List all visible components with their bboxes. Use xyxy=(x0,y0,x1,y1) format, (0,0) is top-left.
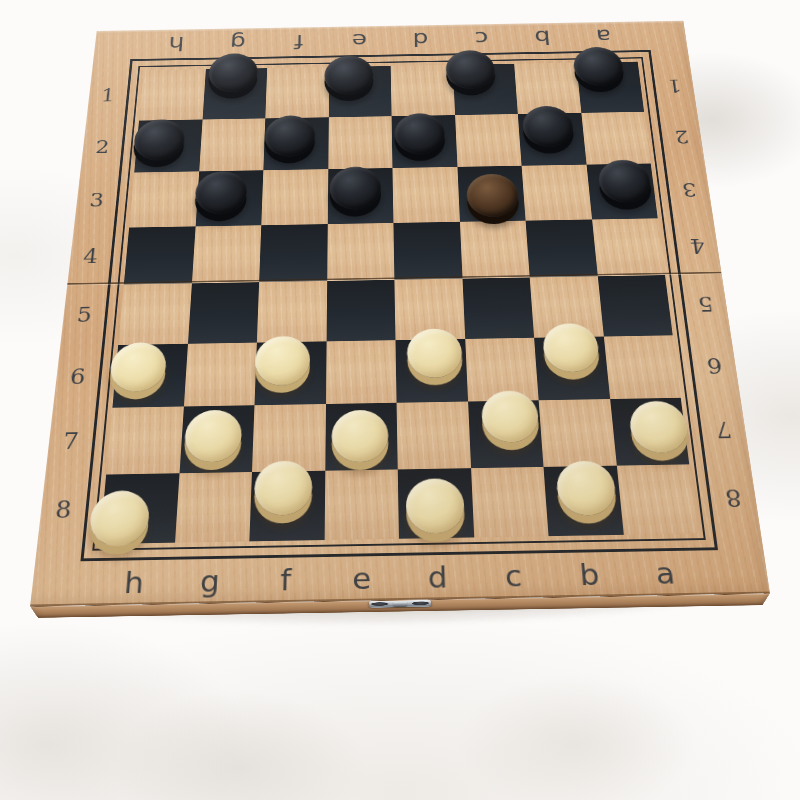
file-label-top-f: f xyxy=(294,31,303,54)
board-perspective-wrapper: ⛂⛂⛂⛂⛂⛂⛂⛂⛂⛂⛂⛂⛀⛀⛀⛀⛀⛀⛀⛀⛀⛀⛀⛀ hgfedcba hgfedc… xyxy=(17,0,770,606)
checker-brown-c3[interactable]: ⛂ xyxy=(466,174,520,218)
black-checker-glyph: ⛂ xyxy=(597,160,653,203)
rank-label-right-5: 5 xyxy=(696,292,714,316)
checker-white-d6[interactable]: ⛀ xyxy=(407,328,463,378)
checker-white-h8[interactable]: ⛀ xyxy=(88,490,151,546)
square-a7[interactable]: ⛀ xyxy=(610,398,690,465)
square-e3[interactable]: ⛂ xyxy=(327,168,393,224)
square-g8[interactable] xyxy=(175,472,252,543)
file-label-top-h: h xyxy=(168,33,185,56)
square-d8[interactable]: ⛀ xyxy=(398,468,474,539)
square-a2[interactable] xyxy=(581,111,651,164)
rank-label-right-1: 1 xyxy=(666,76,682,96)
square-g2[interactable] xyxy=(199,118,266,171)
checker-black-a1[interactable]: ⛂ xyxy=(572,47,625,86)
checker-black-d2[interactable]: ⛂ xyxy=(395,113,446,154)
square-g1[interactable]: ⛂ xyxy=(202,68,267,119)
rank-label-left-6: 6 xyxy=(69,364,87,389)
square-b7[interactable] xyxy=(539,399,617,466)
checker-white-c7[interactable]: ⛀ xyxy=(480,391,539,443)
square-c4[interactable] xyxy=(459,220,529,278)
checker-black-g1[interactable]: ⛂ xyxy=(208,53,259,92)
black-checker-glyph: ⛂ xyxy=(522,106,575,147)
square-h5[interactable] xyxy=(118,283,191,344)
square-b6[interactable]: ⛀ xyxy=(534,336,610,400)
square-c1[interactable]: ⛂ xyxy=(452,64,517,115)
checkers-board[interactable]: ⛂⛂⛂⛂⛂⛂⛂⛂⛂⛂⛂⛂⛀⛀⛀⛀⛀⛀⛀⛀⛀⛀⛀⛀ hgfedcba hgfedc… xyxy=(30,21,770,607)
square-a4[interactable] xyxy=(592,218,665,276)
checker-white-d8[interactable]: ⛀ xyxy=(406,478,466,534)
checker-black-g3[interactable]: ⛂ xyxy=(194,171,247,215)
square-e8[interactable] xyxy=(324,469,399,540)
checker-black-e3[interactable]: ⛂ xyxy=(329,167,381,210)
black-checker-glyph: ⛂ xyxy=(395,113,446,154)
checker-black-b2[interactable]: ⛂ xyxy=(522,106,575,147)
white-checker-glyph: ⛀ xyxy=(555,460,617,515)
square-f1[interactable] xyxy=(265,67,329,118)
rank-label-right-6: 6 xyxy=(705,353,724,378)
square-a3[interactable]: ⛂ xyxy=(586,163,658,219)
square-f6[interactable]: ⛀ xyxy=(254,341,326,405)
checker-white-g7[interactable]: ⛀ xyxy=(183,410,242,463)
file-label-bottom-e: e xyxy=(352,561,371,596)
square-c5[interactable] xyxy=(462,277,534,338)
file-label-bottom-d: d xyxy=(427,560,448,595)
file-label-bottom-b: b xyxy=(578,557,601,592)
square-h2[interactable]: ⛂ xyxy=(134,119,202,172)
play-area: ⛂⛂⛂⛂⛂⛂⛂⛂⛂⛂⛂⛂⛀⛀⛀⛀⛀⛀⛀⛀⛀⛀⛀⛀ xyxy=(80,50,718,561)
file-label-top-a: a xyxy=(595,25,613,48)
square-b8[interactable]: ⛀ xyxy=(543,465,623,536)
rank-label-right-3: 3 xyxy=(681,179,698,201)
rank-label-right-8: 8 xyxy=(723,484,743,512)
squares: ⛂⛂⛂⛂⛂⛂⛂⛂⛂⛂⛂⛂⛀⛀⛀⛀⛀⛀⛀⛀⛀⛀⛀⛀ xyxy=(100,62,698,544)
rank-label-left-7: 7 xyxy=(62,428,80,454)
file-label-top-c: c xyxy=(474,27,489,50)
clasp-knob xyxy=(393,602,407,607)
black-checker-glyph: ⛂ xyxy=(466,174,520,218)
square-e4[interactable] xyxy=(327,223,395,281)
checker-black-a3[interactable]: ⛂ xyxy=(597,160,653,203)
square-f3[interactable] xyxy=(261,169,328,225)
square-e1[interactable]: ⛂ xyxy=(328,66,391,117)
square-c7[interactable]: ⛀ xyxy=(468,400,544,467)
square-d4[interactable] xyxy=(393,221,462,279)
checker-black-f2[interactable]: ⛂ xyxy=(264,115,315,157)
checker-white-f8[interactable]: ⛀ xyxy=(254,460,313,515)
square-e5[interactable] xyxy=(326,280,395,341)
white-checker-glyph: ⛀ xyxy=(628,401,690,454)
white-checker-glyph: ⛀ xyxy=(480,391,539,443)
black-checker-glyph: ⛂ xyxy=(133,119,186,161)
white-checker-glyph: ⛀ xyxy=(407,328,463,378)
white-checker-glyph: ⛀ xyxy=(331,410,388,463)
checker-black-e1[interactable]: ⛂ xyxy=(324,56,373,95)
metal-clasp-icon[interactable] xyxy=(369,600,431,608)
file-label-bottom-h: h xyxy=(123,565,145,600)
checker-white-b6[interactable]: ⛀ xyxy=(542,323,601,373)
square-a8[interactable] xyxy=(616,464,698,535)
square-f8[interactable]: ⛀ xyxy=(249,470,325,541)
square-c3[interactable]: ⛂ xyxy=(457,166,526,222)
checker-white-a7[interactable]: ⛀ xyxy=(628,401,690,454)
rank-label-left-4: 4 xyxy=(82,245,99,268)
black-checker-glyph: ⛂ xyxy=(324,56,373,95)
rank-label-left-3: 3 xyxy=(88,189,104,211)
board-face: ⛂⛂⛂⛂⛂⛂⛂⛂⛂⛂⛂⛂⛀⛀⛀⛀⛀⛀⛀⛀⛀⛀⛀⛀ hgfedcba hgfedc… xyxy=(30,21,770,607)
square-b3[interactable] xyxy=(522,165,592,221)
square-d3[interactable] xyxy=(392,167,459,223)
square-g6[interactable] xyxy=(183,342,256,406)
file-label-bottom-g: g xyxy=(199,564,220,599)
black-checker-glyph: ⛂ xyxy=(194,171,247,215)
square-d6[interactable]: ⛀ xyxy=(395,339,467,403)
square-e6[interactable] xyxy=(326,340,397,404)
file-label-top-g: g xyxy=(229,32,246,55)
black-checker-glyph: ⛂ xyxy=(572,47,625,86)
file-label-bottom-c: c xyxy=(504,558,523,593)
checker-black-c1[interactable]: ⛂ xyxy=(445,50,496,89)
checker-black-h2[interactable]: ⛂ xyxy=(133,119,186,161)
rank-label-left-2: 2 xyxy=(94,136,110,157)
rank-label-right-2: 2 xyxy=(673,126,690,147)
square-c8[interactable] xyxy=(471,466,549,537)
square-h8[interactable]: ⛀ xyxy=(100,473,179,544)
square-g4[interactable] xyxy=(191,225,261,283)
square-h1[interactable] xyxy=(139,69,205,120)
square-h3[interactable] xyxy=(129,171,199,227)
square-b2[interactable]: ⛂ xyxy=(518,113,586,166)
checker-white-b8[interactable]: ⛀ xyxy=(555,460,617,515)
file-label-top-d: d xyxy=(413,28,429,51)
square-h4[interactable] xyxy=(124,226,195,284)
square-a6[interactable] xyxy=(603,335,680,399)
square-g3[interactable]: ⛂ xyxy=(195,170,263,226)
checker-white-h6[interactable]: ⛀ xyxy=(109,342,168,392)
black-checker-glyph: ⛂ xyxy=(208,53,259,92)
black-checker-glyph: ⛂ xyxy=(445,50,496,89)
square-b4[interactable] xyxy=(526,219,598,277)
rank-label-right-4: 4 xyxy=(688,234,706,257)
square-h6[interactable]: ⛀ xyxy=(112,343,187,407)
white-checker-glyph: ⛀ xyxy=(254,336,310,386)
square-a5[interactable] xyxy=(597,275,672,336)
white-checker-glyph: ⛀ xyxy=(109,342,168,392)
rank-label-right-7: 7 xyxy=(714,417,733,443)
scene: ⛂⛂⛂⛂⛂⛂⛂⛂⛂⛂⛂⛂⛀⛀⛀⛀⛀⛀⛀⛀⛀⛀⛀⛀ hgfedcba hgfedc… xyxy=(0,0,800,800)
white-checker-glyph: ⛀ xyxy=(542,323,601,373)
white-checker-glyph: ⛀ xyxy=(254,460,313,515)
file-label-top-e: e xyxy=(352,29,367,52)
square-f4[interactable] xyxy=(259,224,327,282)
square-a1[interactable]: ⛂ xyxy=(576,62,644,113)
square-d2[interactable]: ⛂ xyxy=(392,115,457,168)
square-d7[interactable] xyxy=(397,402,471,469)
rank-label-left-8: 8 xyxy=(54,495,73,523)
checker-white-e7[interactable]: ⛀ xyxy=(331,410,388,463)
white-checker-glyph: ⛀ xyxy=(183,410,242,463)
file-label-top-b: b xyxy=(534,26,552,49)
white-checker-glyph: ⛀ xyxy=(88,490,151,546)
rank-label-left-1: 1 xyxy=(100,86,116,106)
square-e7[interactable]: ⛀ xyxy=(325,403,398,471)
square-g7[interactable]: ⛀ xyxy=(179,405,254,473)
file-label-bottom-f: f xyxy=(280,562,292,597)
square-e2[interactable] xyxy=(328,116,393,169)
square-f2[interactable]: ⛂ xyxy=(263,117,328,170)
file-label-bottom-a: a xyxy=(654,556,677,591)
checker-white-f6[interactable]: ⛀ xyxy=(254,336,310,386)
rank-label-left-5: 5 xyxy=(76,303,93,327)
square-c2[interactable] xyxy=(455,114,522,167)
black-checker-glyph: ⛂ xyxy=(264,115,315,157)
square-f5[interactable] xyxy=(257,281,327,342)
white-checker-glyph: ⛀ xyxy=(406,478,466,534)
board-rotation-wrapper: ⛂⛂⛂⛂⛂⛂⛂⛂⛂⛂⛂⛂⛀⛀⛀⛀⛀⛀⛀⛀⛀⛀⛀⛀ hgfedcba hgfedc… xyxy=(0,0,800,800)
square-g5[interactable] xyxy=(188,282,260,343)
square-h7[interactable] xyxy=(106,406,183,474)
black-checker-glyph: ⛂ xyxy=(329,167,381,210)
